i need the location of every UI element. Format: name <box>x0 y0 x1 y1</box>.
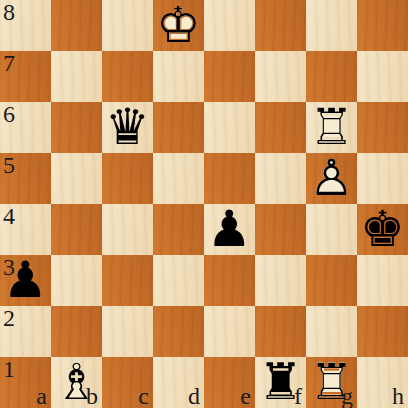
square-h8[interactable] <box>357 0 408 51</box>
piece-white-rook[interactable]: ♜♖ <box>306 357 357 408</box>
piece-glyph-fill: ♛ <box>102 102 153 153</box>
square-f6[interactable] <box>255 102 306 153</box>
square-f3[interactable] <box>255 255 306 306</box>
chess-board: 8♚♔76♛♜♖5♟♙4♟♚3♟21ab♝♗cdef♜g♜♖h <box>0 0 408 408</box>
rank-label-2: 2 <box>3 306 15 330</box>
square-e5[interactable] <box>204 153 255 204</box>
square-c1[interactable]: c <box>102 357 153 408</box>
square-b6[interactable] <box>51 102 102 153</box>
piece-glyph-outline: ♔ <box>153 0 204 51</box>
square-g1[interactable]: g♜♖ <box>306 357 357 408</box>
square-h5[interactable] <box>357 153 408 204</box>
square-c3[interactable] <box>102 255 153 306</box>
rank-label-4: 4 <box>3 204 15 228</box>
square-g3[interactable] <box>306 255 357 306</box>
square-d1[interactable]: d <box>153 357 204 408</box>
square-g7[interactable] <box>306 51 357 102</box>
square-h7[interactable] <box>357 51 408 102</box>
square-h4[interactable]: ♚ <box>357 204 408 255</box>
square-e4[interactable]: ♟ <box>204 204 255 255</box>
rank-label-6: 6 <box>3 102 15 126</box>
square-c4[interactable] <box>102 204 153 255</box>
square-c7[interactable] <box>102 51 153 102</box>
piece-glyph-outline: ♗ <box>51 357 102 408</box>
square-b1[interactable]: b♝♗ <box>51 357 102 408</box>
piece-white-bishop[interactable]: ♝♗ <box>51 357 102 408</box>
square-g8[interactable] <box>306 0 357 51</box>
square-d6[interactable] <box>153 102 204 153</box>
square-g4[interactable] <box>306 204 357 255</box>
square-d3[interactable] <box>153 255 204 306</box>
piece-black-pawn[interactable]: ♟ <box>204 204 255 255</box>
square-d7[interactable] <box>153 51 204 102</box>
square-f1[interactable]: f♜ <box>255 357 306 408</box>
square-a3[interactable]: 3♟ <box>0 255 51 306</box>
square-b2[interactable] <box>51 306 102 357</box>
square-h2[interactable] <box>357 306 408 357</box>
square-h3[interactable] <box>357 255 408 306</box>
square-a5[interactable]: 5 <box>0 153 51 204</box>
rank-label-5: 5 <box>3 153 15 177</box>
square-a2[interactable]: 2 <box>0 306 51 357</box>
square-b8[interactable] <box>51 0 102 51</box>
square-h1[interactable]: h <box>357 357 408 408</box>
file-label-d: d <box>188 385 200 407</box>
square-a1[interactable]: 1a <box>0 357 51 408</box>
square-e3[interactable] <box>204 255 255 306</box>
square-d5[interactable] <box>153 153 204 204</box>
piece-glyph-outline: ♖ <box>306 357 357 408</box>
file-label-h: h <box>392 385 404 407</box>
square-d8[interactable]: ♚♔ <box>153 0 204 51</box>
rank-label-8: 8 <box>3 0 15 24</box>
square-a6[interactable]: 6 <box>0 102 51 153</box>
square-e2[interactable] <box>204 306 255 357</box>
piece-glyph-fill: ♚ <box>357 204 408 255</box>
square-f5[interactable] <box>255 153 306 204</box>
square-a8[interactable]: 8 <box>0 0 51 51</box>
square-g2[interactable] <box>306 306 357 357</box>
rank-label-1: 1 <box>3 357 15 381</box>
piece-white-king[interactable]: ♚♔ <box>153 0 204 51</box>
square-e7[interactable] <box>204 51 255 102</box>
piece-glyph-outline: ♖ <box>306 102 357 153</box>
piece-black-rook[interactable]: ♜ <box>255 357 306 408</box>
file-label-a: a <box>36 385 47 407</box>
square-c5[interactable] <box>102 153 153 204</box>
square-f8[interactable] <box>255 0 306 51</box>
square-b5[interactable] <box>51 153 102 204</box>
piece-black-king[interactable]: ♚ <box>357 204 408 255</box>
piece-glyph-fill: ♟ <box>204 204 255 255</box>
square-f7[interactable] <box>255 51 306 102</box>
piece-glyph-fill: ♟ <box>0 255 51 306</box>
square-b7[interactable] <box>51 51 102 102</box>
piece-glyph-fill: ♜ <box>255 357 306 408</box>
square-d4[interactable] <box>153 204 204 255</box>
square-d2[interactable] <box>153 306 204 357</box>
piece-white-pawn[interactable]: ♟♙ <box>306 153 357 204</box>
rank-label-7: 7 <box>3 51 15 75</box>
square-h6[interactable] <box>357 102 408 153</box>
square-c8[interactable] <box>102 0 153 51</box>
square-c2[interactable] <box>102 306 153 357</box>
square-e1[interactable]: e <box>204 357 255 408</box>
file-label-c: c <box>138 385 149 407</box>
square-b4[interactable] <box>51 204 102 255</box>
square-e6[interactable] <box>204 102 255 153</box>
piece-black-pawn[interactable]: ♟ <box>0 255 51 306</box>
square-c6[interactable]: ♛ <box>102 102 153 153</box>
square-g5[interactable]: ♟♙ <box>306 153 357 204</box>
square-g6[interactable]: ♜♖ <box>306 102 357 153</box>
square-a4[interactable]: 4 <box>0 204 51 255</box>
square-e8[interactable] <box>204 0 255 51</box>
square-f2[interactable] <box>255 306 306 357</box>
file-label-e: e <box>240 385 251 407</box>
piece-white-rook[interactable]: ♜♖ <box>306 102 357 153</box>
square-a7[interactable]: 7 <box>0 51 51 102</box>
square-b3[interactable] <box>51 255 102 306</box>
piece-black-queen[interactable]: ♛ <box>102 102 153 153</box>
piece-glyph-outline: ♙ <box>306 153 357 204</box>
square-f4[interactable] <box>255 204 306 255</box>
